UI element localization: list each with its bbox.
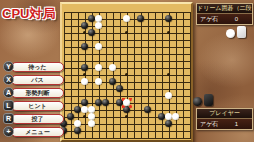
player-captures-label: アゲ石 — [200, 119, 218, 129]
player-info-panel: プレイヤー アゲ石 1 — [196, 108, 253, 130]
menu-item-undo[interactable]: Y 待った — [3, 61, 65, 72]
menu-label-judge: 形勢判断 — [11, 88, 64, 98]
button-r-icon: R — [3, 113, 14, 124]
stone-black — [74, 106, 81, 113]
stone-black — [102, 99, 109, 106]
star-point — [125, 73, 128, 76]
star-point — [83, 73, 86, 76]
stone-white — [88, 120, 95, 127]
stone-black — [88, 15, 95, 22]
button-a-icon: A — [3, 87, 14, 98]
stone-white — [81, 106, 88, 113]
stone-white — [95, 15, 102, 22]
stone-black — [74, 127, 81, 134]
cpu-turn-indicator — [226, 26, 248, 39]
black-stone-icon — [193, 97, 202, 106]
stone-black — [95, 99, 102, 106]
stone-white — [109, 64, 116, 71]
menu-label-resign: 投了 — [11, 114, 64, 124]
menu-item-pass[interactable]: X パス — [3, 74, 65, 85]
menu-item-resign[interactable]: R 投了 — [3, 113, 65, 124]
stone-black — [81, 22, 88, 29]
star-point — [125, 115, 128, 118]
menu-label-hint: ヒント — [11, 101, 64, 111]
action-menu: Y 待った X パス A 形勢判断 L ヒント R 投了 + メニュー — [3, 61, 65, 139]
menu-label-menu: メニュー — [11, 127, 64, 137]
player-captures-value: 1 — [235, 119, 238, 129]
player-turn-indicator — [193, 94, 215, 107]
stone-white — [88, 106, 95, 113]
cpu-info-panel: ドリーム囲碁（二段） アゲ石 0 — [196, 3, 253, 25]
stone-black — [137, 15, 144, 22]
cpu-captures-value: 0 — [235, 14, 238, 24]
star-point — [125, 31, 128, 34]
stone-white — [74, 120, 81, 127]
stone-black — [144, 106, 151, 113]
white-cursor-icon — [237, 26, 246, 38]
menu-label-undo: 待った — [11, 62, 64, 72]
star-point — [83, 115, 86, 118]
stone-black — [88, 29, 95, 36]
stone-black — [81, 64, 88, 71]
stone-black — [81, 43, 88, 50]
board-grid[interactable] — [64, 12, 192, 140]
stone-black — [165, 15, 172, 22]
go-board[interactable] — [60, 2, 193, 142]
white-stone-icon — [226, 29, 235, 38]
stone-white — [95, 43, 102, 50]
star-point — [167, 31, 170, 34]
stone-white — [95, 78, 102, 85]
star-point — [83, 31, 86, 34]
last-move-marker — [122, 98, 132, 108]
star-point — [167, 73, 170, 76]
black-cursor-icon — [204, 94, 213, 106]
stone-white — [95, 64, 102, 71]
menu-item-menu[interactable]: + メニュー — [3, 126, 65, 137]
stone-white — [81, 78, 88, 85]
stone-black — [81, 99, 88, 106]
button-x-icon: X — [3, 74, 14, 85]
screen-title: CPU対局 — [2, 5, 55, 23]
stone-white — [123, 15, 130, 22]
stone-black — [67, 113, 74, 120]
menu-item-hint[interactable]: L ヒント — [3, 100, 65, 111]
stone-black — [109, 78, 116, 85]
button-y-icon: Y — [3, 61, 14, 72]
menu-label-pass: パス — [11, 75, 64, 85]
stone-white — [165, 92, 172, 99]
menu-item-judge[interactable]: A 形勢判断 — [3, 87, 65, 98]
button-l-icon: L — [3, 100, 14, 111]
stone-white — [95, 22, 102, 29]
cpu-captures-label: アゲ石 — [200, 14, 218, 24]
player-name: プレイヤー — [197, 109, 252, 119]
button-plus-icon: + — [3, 126, 14, 137]
stone-white — [172, 113, 179, 120]
stone-black — [165, 120, 172, 127]
cpu-name: ドリーム囲碁（二段） — [197, 4, 252, 14]
stone-white — [165, 113, 172, 120]
stone-black — [158, 113, 165, 120]
stone-black — [116, 85, 123, 92]
stone-white — [88, 113, 95, 120]
